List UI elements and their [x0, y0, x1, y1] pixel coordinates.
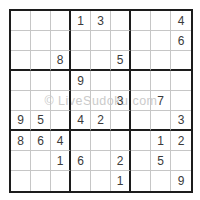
cell-r5c4[interactable]: [71, 91, 91, 111]
cell-r1c2[interactable]: [31, 11, 51, 31]
cell-r5c8[interactable]: 7: [151, 91, 171, 111]
cell-r6c2[interactable]: 5: [31, 111, 51, 131]
cell-r1c9[interactable]: 4: [171, 11, 191, 31]
cell-r5c1[interactable]: [11, 91, 31, 111]
cell-r5c5[interactable]: [91, 91, 111, 111]
cell-r2c3[interactable]: [51, 31, 71, 51]
cell-r1c1[interactable]: [11, 11, 31, 31]
cell-r1c6[interactable]: [111, 11, 131, 31]
cell-r8c8[interactable]: 5: [151, 151, 171, 171]
cell-r6c1[interactable]: 9: [11, 111, 31, 131]
cell-r4c7[interactable]: [131, 71, 151, 91]
cell-r9c2[interactable]: [31, 171, 51, 191]
cell-r9c1[interactable]: [11, 171, 31, 191]
cell-r2c2[interactable]: [31, 31, 51, 51]
cell-r1c7[interactable]: [131, 11, 151, 31]
cell-r4c8[interactable]: [151, 71, 171, 91]
cell-r6c5[interactable]: 2: [91, 111, 111, 131]
cell-r9c7[interactable]: [131, 171, 151, 191]
cell-r4c1[interactable]: [11, 71, 31, 91]
cell-r5c6[interactable]: 3: [111, 91, 131, 111]
cell-r3c1[interactable]: [11, 51, 31, 71]
cell-r7c4[interactable]: [71, 131, 91, 151]
cell-r3c3[interactable]: 8: [51, 51, 71, 71]
cell-r8c6[interactable]: 2: [111, 151, 131, 171]
cell-r9c5[interactable]: [91, 171, 111, 191]
cell-r8c4[interactable]: 6: [71, 151, 91, 171]
cell-r6c4[interactable]: 4: [71, 111, 91, 131]
cell-r7c7[interactable]: [131, 131, 151, 151]
cell-r2c1[interactable]: [11, 31, 31, 51]
cell-r4c9[interactable]: [171, 71, 191, 91]
cell-r9c3[interactable]: [51, 171, 71, 191]
cell-r7c1[interactable]: 8: [11, 131, 31, 151]
cell-r7c9[interactable]: 2: [171, 131, 191, 151]
cell-r2c6[interactable]: [111, 31, 131, 51]
cell-r2c8[interactable]: [151, 31, 171, 51]
cell-r8c5[interactable]: [91, 151, 111, 171]
cell-r3c2[interactable]: [31, 51, 51, 71]
cell-r6c6[interactable]: [111, 111, 131, 131]
cell-r4c2[interactable]: [31, 71, 51, 91]
cell-r7c6[interactable]: [111, 131, 131, 151]
cell-r2c9[interactable]: 6: [171, 31, 191, 51]
cell-r2c4[interactable]: [71, 31, 91, 51]
cell-r9c8[interactable]: [151, 171, 171, 191]
cell-r3c7[interactable]: [131, 51, 151, 71]
cell-r7c8[interactable]: 1: [151, 131, 171, 151]
cell-r3c5[interactable]: [91, 51, 111, 71]
cell-r5c7[interactable]: [131, 91, 151, 111]
cell-r8c1[interactable]: [11, 151, 31, 171]
cell-r9c6[interactable]: 1: [111, 171, 131, 191]
cell-r6c9[interactable]: 3: [171, 111, 191, 131]
cell-r5c9[interactable]: [171, 91, 191, 111]
cell-r9c4[interactable]: [71, 171, 91, 191]
cell-r3c9[interactable]: [171, 51, 191, 71]
cell-r4c5[interactable]: [91, 71, 111, 91]
cell-r6c7[interactable]: [131, 111, 151, 131]
cell-r4c6[interactable]: [111, 71, 131, 91]
cell-r6c3[interactable]: [51, 111, 71, 131]
cell-r1c4[interactable]: 1: [71, 11, 91, 31]
cell-r3c4[interactable]: [71, 51, 91, 71]
cell-r3c8[interactable]: [151, 51, 171, 71]
sudoku-board: © LiveSudoku.com 13468593795423864121625…: [9, 9, 193, 193]
cell-r1c8[interactable]: [151, 11, 171, 31]
cell-r9c9[interactable]: 9: [171, 171, 191, 191]
cell-r1c5[interactable]: 3: [91, 11, 111, 31]
cell-r5c2[interactable]: [31, 91, 51, 111]
cell-r8c9[interactable]: [171, 151, 191, 171]
cell-r4c3[interactable]: [51, 71, 71, 91]
cell-r8c7[interactable]: [131, 151, 151, 171]
cell-r7c2[interactable]: 6: [31, 131, 51, 151]
cell-r2c7[interactable]: [131, 31, 151, 51]
cell-r7c5[interactable]: [91, 131, 111, 151]
cell-r7c3[interactable]: 4: [51, 131, 71, 151]
cell-r3c6[interactable]: 5: [111, 51, 131, 71]
cell-r1c3[interactable]: [51, 11, 71, 31]
cell-r6c8[interactable]: [151, 111, 171, 131]
cell-r5c3[interactable]: [51, 91, 71, 111]
cell-r8c3[interactable]: 1: [51, 151, 71, 171]
cell-r4c4[interactable]: 9: [71, 71, 91, 91]
cell-r2c5[interactable]: [91, 31, 111, 51]
cell-r8c2[interactable]: [31, 151, 51, 171]
